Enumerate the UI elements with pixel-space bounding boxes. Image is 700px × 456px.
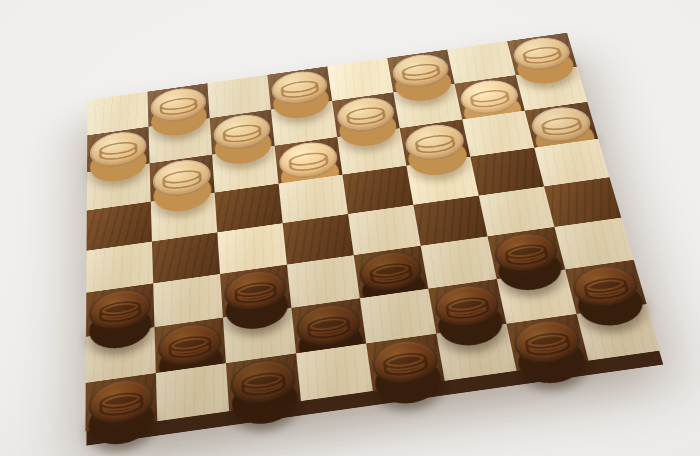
- light-checker[interactable]: ⛀: [278, 139, 340, 181]
- dark-man-glyph: ⛂: [295, 301, 363, 351]
- board-square[interactable]: [296, 343, 373, 401]
- board-square[interactable]: ⛂: [226, 353, 301, 411]
- board-square[interactable]: ⛂: [85, 373, 157, 431]
- board-square[interactable]: [577, 304, 661, 361]
- dark-checker[interactable]: ⛂: [510, 316, 585, 368]
- photo-background: ⛀⛀⛀⛀⛀⛀⛀⛀⛀⛀⛀⛀⛂⛂⛂⛂⛂⛂⛂⛂⛂⛂⛂⛂: [0, 0, 700, 456]
- light-checker[interactable]: ⛀: [528, 104, 595, 146]
- dark-man-glyph: ⛂: [229, 356, 297, 409]
- dark-checker[interactable]: ⛂: [491, 229, 562, 276]
- dark-man-glyph: ⛂: [223, 267, 288, 315]
- dark-man-glyph: ⛂: [370, 336, 441, 388]
- checkers-board: ⛀⛀⛀⛀⛀⛀⛀⛀⛀⛀⛀⛀⛂⛂⛂⛂⛂⛂⛂⛂⛂⛂⛂⛂: [85, 33, 660, 432]
- dark-man-glyph: ⛂: [89, 376, 154, 429]
- dark-checker[interactable]: ⛂: [370, 336, 441, 388]
- dark-checker[interactable]: ⛂: [89, 376, 154, 429]
- dark-checker[interactable]: ⛂: [295, 301, 363, 351]
- dark-man-glyph: ⛂: [569, 262, 643, 311]
- dark-checker[interactable]: ⛂: [158, 320, 223, 370]
- light-man-glyph: ⛀: [152, 157, 211, 200]
- dark-man-glyph: ⛂: [491, 229, 562, 276]
- dark-checker[interactable]: ⛂: [432, 281, 503, 331]
- light-man-glyph: ⛀: [528, 104, 595, 146]
- light-man-glyph: ⛀: [403, 121, 467, 163]
- dark-man-glyph: ⛂: [89, 286, 151, 335]
- board-square[interactable]: [436, 324, 516, 381]
- light-checker[interactable]: ⛀: [152, 157, 211, 200]
- dark-checker[interactable]: ⛂: [357, 248, 425, 296]
- dark-man-glyph: ⛂: [510, 316, 585, 368]
- board-square[interactable]: ⛂: [366, 334, 445, 391]
- dark-checker[interactable]: ⛂: [229, 356, 297, 409]
- dark-checker[interactable]: ⛂: [223, 267, 288, 315]
- light-checker[interactable]: ⛀: [403, 121, 467, 163]
- dark-man-glyph: ⛂: [357, 248, 425, 296]
- dark-checker[interactable]: ⛂: [89, 286, 151, 335]
- board-square[interactable]: ⛂: [506, 314, 588, 371]
- light-man-glyph: ⛀: [278, 139, 340, 181]
- dark-checker[interactable]: ⛂: [569, 262, 643, 311]
- board-square[interactable]: [156, 363, 229, 421]
- dark-man-glyph: ⛂: [158, 320, 223, 370]
- dark-man-glyph: ⛂: [432, 281, 503, 331]
